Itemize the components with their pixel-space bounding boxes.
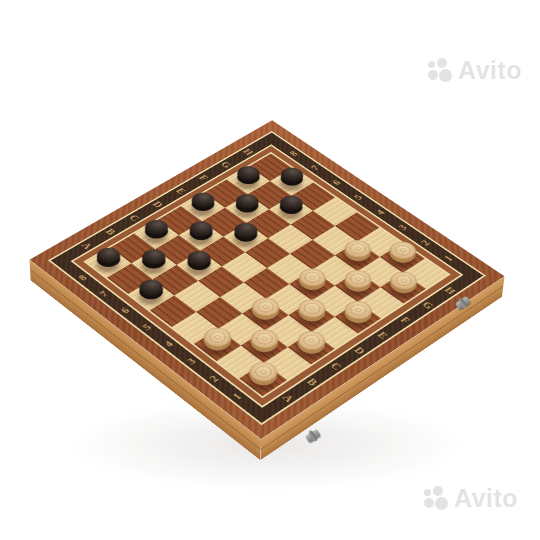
avito-watermark: Avito xyxy=(424,484,518,513)
checkers-board: HH88GG77FF66EE55DD44CC33BB22AA11 xyxy=(30,120,505,439)
avito-watermark: Avito xyxy=(428,56,522,85)
avito-logo-icon xyxy=(428,58,452,84)
watermark-text: Avito xyxy=(458,56,522,85)
board-top-surface: HH88GG77FF66EE55DD44CC33BB22AA11 xyxy=(30,120,505,439)
watermark-text: Avito xyxy=(454,484,518,513)
avito-logo-icon xyxy=(424,486,448,512)
